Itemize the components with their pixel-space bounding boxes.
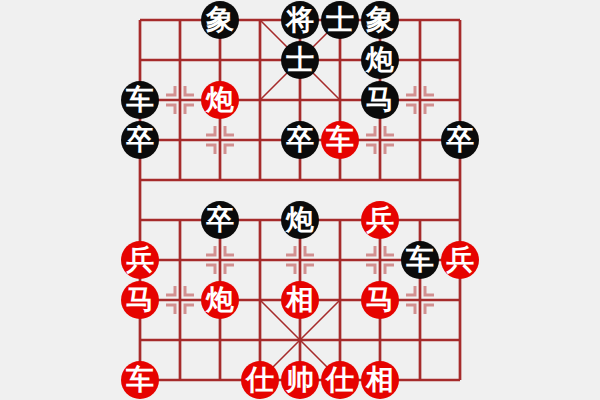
piece-red-soldier[interactable]: 兵 xyxy=(361,201,399,239)
piece-black-soldier[interactable]: 卒 xyxy=(441,121,479,159)
piece-black-cannon[interactable]: 炮 xyxy=(281,201,319,239)
piece-red-chariot[interactable]: 车 xyxy=(121,361,159,399)
piece-red-elephant[interactable]: 相 xyxy=(361,361,399,399)
piece-red-chariot[interactable]: 车 xyxy=(321,121,359,159)
piece-red-cannon[interactable]: 炮 xyxy=(201,81,239,119)
piece-black-advisor[interactable]: 士 xyxy=(321,1,359,39)
piece-red-advisor[interactable]: 仕 xyxy=(321,361,359,399)
piece-red-soldier[interactable]: 兵 xyxy=(121,241,159,279)
piece-black-elephant[interactable]: 象 xyxy=(201,1,239,39)
xiangqi-app: 象将士象士炮车马卒卒卒卒炮车炮车兵兵兵马炮相马车仕帅仕相 xyxy=(0,0,600,400)
piece-red-horse[interactable]: 马 xyxy=(121,281,159,319)
piece-black-soldier[interactable]: 卒 xyxy=(201,201,239,239)
piece-black-cannon[interactable]: 炮 xyxy=(361,41,399,79)
piece-red-elephant[interactable]: 相 xyxy=(281,281,319,319)
piece-black-soldier[interactable]: 卒 xyxy=(281,121,319,159)
piece-black-soldier[interactable]: 卒 xyxy=(121,121,159,159)
piece-black-horse[interactable]: 马 xyxy=(361,81,399,119)
piece-red-soldier[interactable]: 兵 xyxy=(441,241,479,279)
piece-red-king[interactable]: 帅 xyxy=(281,361,319,399)
piece-black-advisor[interactable]: 士 xyxy=(281,41,319,79)
pieces-layer: 象将士象士炮车马卒卒卒卒炮车炮车兵兵兵马炮相马车仕帅仕相 xyxy=(0,0,600,400)
piece-black-chariot[interactable]: 车 xyxy=(401,241,439,279)
piece-red-horse[interactable]: 马 xyxy=(361,281,399,319)
piece-red-advisor[interactable]: 仕 xyxy=(241,361,279,399)
piece-black-general[interactable]: 将 xyxy=(281,1,319,39)
piece-red-cannon[interactable]: 炮 xyxy=(201,281,239,319)
piece-black-elephant[interactable]: 象 xyxy=(361,1,399,39)
piece-black-chariot[interactable]: 车 xyxy=(121,81,159,119)
